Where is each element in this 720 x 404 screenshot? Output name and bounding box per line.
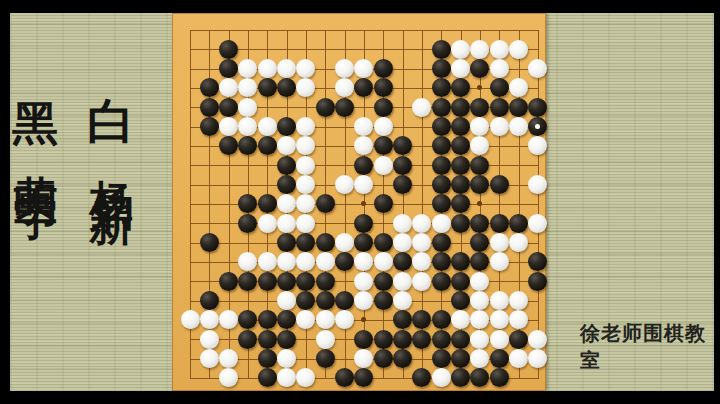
last-move-marker (535, 124, 540, 129)
letterbox-bottom (0, 391, 720, 404)
black-stone[interactable] (219, 98, 238, 117)
black-stone[interactable] (335, 98, 354, 117)
black-stone[interactable] (528, 252, 547, 271)
white-stone[interactable] (258, 117, 277, 136)
black-stone[interactable] (316, 98, 335, 117)
black-stone[interactable] (509, 330, 528, 349)
black-stone[interactable] (258, 330, 277, 349)
white-stone[interactable] (528, 214, 547, 233)
white-stone[interactable] (490, 291, 509, 310)
black-stone[interactable] (451, 214, 470, 233)
white-stone[interactable] (316, 330, 335, 349)
black-stone[interactable] (509, 98, 528, 117)
white-stone[interactable] (490, 233, 509, 252)
black-stone[interactable] (316, 272, 335, 291)
white-stone[interactable] (528, 330, 547, 349)
black-stone[interactable] (219, 272, 238, 291)
white-stone[interactable] (277, 368, 296, 387)
white-stone[interactable] (296, 368, 315, 387)
black-stone[interactable] (470, 368, 489, 387)
black-stone[interactable] (490, 349, 509, 368)
black-stone[interactable] (393, 156, 412, 175)
white-stone[interactable] (432, 368, 451, 387)
white-stone[interactable] (374, 117, 393, 136)
black-stone[interactable] (451, 98, 470, 117)
black-stone[interactable] (393, 330, 412, 349)
black-stone[interactable] (490, 98, 509, 117)
white-stone[interactable] (181, 310, 200, 329)
white-stone[interactable] (490, 330, 509, 349)
black-stone[interactable] (451, 272, 470, 291)
black-stone[interactable] (432, 330, 451, 349)
white-stone[interactable] (393, 272, 412, 291)
black-stone[interactable] (258, 368, 277, 387)
black-stone[interactable] (432, 117, 451, 136)
black-stone[interactable] (258, 349, 277, 368)
black-stone[interactable] (374, 98, 393, 117)
black-stone[interactable] (451, 368, 470, 387)
white-stone[interactable] (374, 156, 393, 175)
black-stone[interactable] (374, 233, 393, 252)
white-stone[interactable] (490, 40, 509, 59)
black-stone[interactable] (219, 40, 238, 59)
letterbox-left (0, 0, 10, 404)
black-player-name: 黄明宇 (14, 140, 58, 167)
black-stone[interactable] (528, 117, 547, 136)
go-board[interactable] (172, 13, 546, 391)
black-stone[interactable] (200, 117, 219, 136)
channel-watermark: 徐老师围棋教室 (580, 320, 720, 374)
black-stone[interactable] (528, 98, 547, 117)
video-frame: 黑 黄明宇 白 杨鼎新 徐老师围棋教室 (0, 0, 720, 404)
black-stone[interactable] (277, 272, 296, 291)
black-stone[interactable] (374, 59, 393, 78)
black-stone[interactable] (528, 272, 547, 291)
black-stone[interactable] (277, 156, 296, 175)
white-stone[interactable] (432, 214, 451, 233)
black-stone[interactable] (432, 40, 451, 59)
black-stone[interactable] (412, 368, 431, 387)
black-stone[interactable] (451, 330, 470, 349)
black-stone[interactable] (374, 291, 393, 310)
black-stone[interactable] (432, 98, 451, 117)
black-stone[interactable] (335, 368, 354, 387)
white-stone[interactable] (200, 330, 219, 349)
black-stone[interactable] (432, 272, 451, 291)
white-stone[interactable] (528, 136, 547, 155)
white-stone[interactable] (528, 59, 547, 78)
black-stone[interactable] (374, 349, 393, 368)
white-stone[interactable] (528, 175, 547, 194)
black-stone[interactable] (200, 291, 219, 310)
black-stone[interactable] (374, 330, 393, 349)
black-stone[interactable] (200, 233, 219, 252)
black-stone[interactable] (432, 349, 451, 368)
black-stone[interactable] (490, 368, 509, 387)
black-stone[interactable] (432, 59, 451, 78)
white-stone[interactable] (258, 214, 277, 233)
white-stone[interactable] (393, 214, 412, 233)
white-stone[interactable] (451, 40, 470, 59)
black-stone[interactable] (432, 156, 451, 175)
black-stone[interactable] (432, 233, 451, 252)
black-stone[interactable] (316, 349, 335, 368)
white-player-name: 杨鼎新 (90, 144, 134, 174)
white-stone[interactable] (277, 214, 296, 233)
black-stone[interactable] (432, 175, 451, 194)
black-stone[interactable] (509, 214, 528, 233)
black-stone[interactable] (277, 330, 296, 349)
white-stone[interactable] (219, 368, 238, 387)
black-stone[interactable] (451, 156, 470, 175)
black-stone[interactable] (490, 175, 509, 194)
white-stone[interactable] (528, 349, 547, 368)
black-stone[interactable] (490, 214, 509, 233)
black-stone[interactable] (200, 98, 219, 117)
black-stone[interactable] (316, 291, 335, 310)
white-stone[interactable] (200, 349, 219, 368)
black-stone[interactable] (354, 368, 373, 387)
white-stone[interactable] (490, 59, 509, 78)
white-stone[interactable] (258, 59, 277, 78)
black-stone[interactable] (374, 272, 393, 291)
letterbox-right (714, 0, 720, 404)
black-stone[interactable] (316, 233, 335, 252)
white-stone[interactable] (490, 117, 509, 136)
white-stone[interactable] (509, 40, 528, 59)
black-stone[interactable] (258, 272, 277, 291)
letterbox-top (0, 0, 720, 13)
